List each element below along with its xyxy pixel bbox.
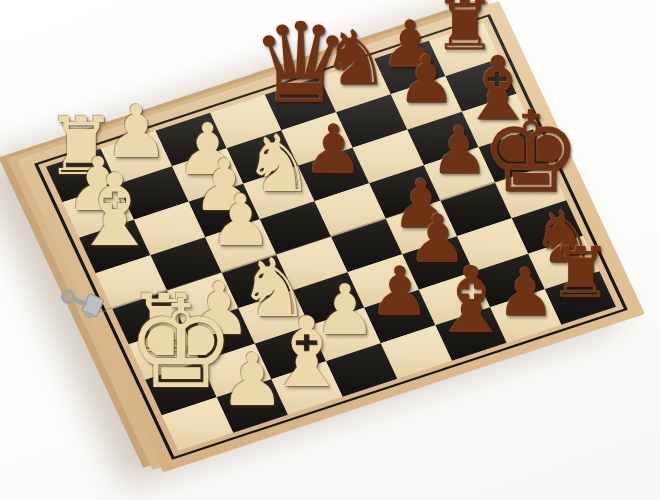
clasp-latch-icon	[56, 282, 106, 328]
board-border-line	[34, 14, 628, 460]
chess-set-photo: ♜♟♝♜♚♟♟♟♟♟♟♞♝♞♟♛♟♟♞♟♟♝♟♟♟♟♜♝♚♞♜	[0, 0, 660, 500]
board-squares	[46, 23, 616, 451]
chess-board	[17, 1, 645, 473]
